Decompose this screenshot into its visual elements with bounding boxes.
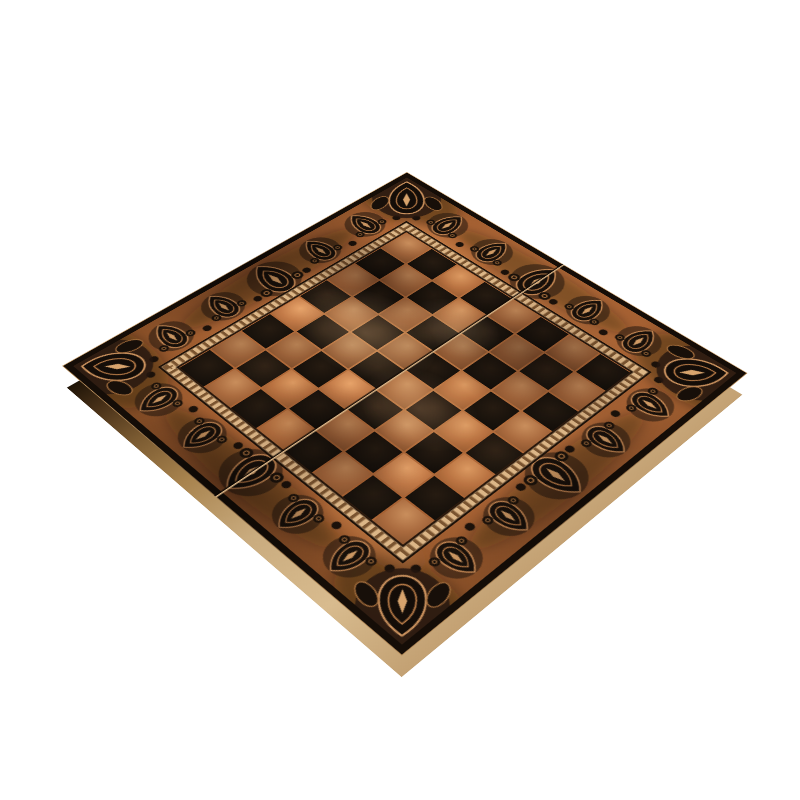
- camera-tilt-wrapper: [0, 0, 800, 800]
- board-top-face: [62, 172, 748, 656]
- chess-board: [62, 172, 748, 656]
- chessboard-scene: [160, 125, 650, 615]
- product-photo: [0, 0, 800, 800]
